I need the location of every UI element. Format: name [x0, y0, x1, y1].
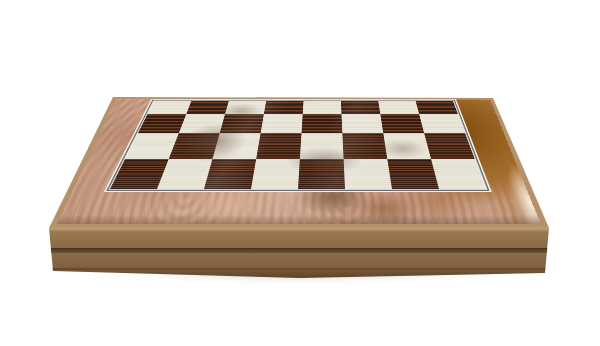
board-square-light [383, 133, 431, 159]
board-square-light [378, 101, 419, 114]
board-square-dark [416, 101, 458, 114]
board-square-light [225, 101, 266, 114]
board-square-dark [169, 133, 220, 159]
case-bottom-edge [0, 268, 600, 270]
board-square-dark [264, 101, 304, 114]
board-square-dark [341, 101, 380, 114]
board-square-light [212, 133, 260, 159]
case-seam-groove [0, 248, 600, 253]
board-square-light [300, 133, 344, 159]
product-photo-stage [0, 0, 600, 346]
board-square-dark [298, 159, 345, 189]
board-square-dark [204, 159, 256, 189]
board-square-light [341, 114, 383, 133]
board-square-dark [186, 101, 228, 114]
board-square-light [179, 114, 225, 133]
board-square-light [303, 101, 342, 114]
board-square-light [261, 114, 303, 133]
board-square-light [147, 101, 191, 114]
board-square-light [344, 159, 392, 189]
board-square-dark [256, 133, 301, 159]
board-square-light [251, 159, 300, 189]
board-square-dark [387, 159, 439, 189]
board-square-dark [342, 133, 387, 159]
board-square-light [419, 114, 465, 133]
board-square-dark [301, 114, 342, 133]
board-square-dark [380, 114, 424, 133]
chessboard [110, 101, 486, 189]
board-square-dark [220, 114, 264, 133]
